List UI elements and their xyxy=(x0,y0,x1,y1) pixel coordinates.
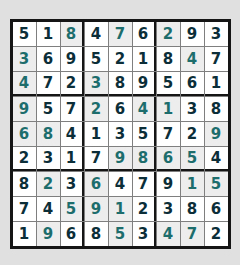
cell-r4c2[interactable]: 5 xyxy=(37,97,60,121)
cell-r9c2[interactable]: 9 xyxy=(37,222,60,246)
cell-r6c5[interactable]: 9 xyxy=(109,147,132,171)
cell-r6c4[interactable]: 7 xyxy=(85,147,108,171)
cell-r5c6[interactable]: 5 xyxy=(133,122,156,146)
cell-r3c2[interactable]: 7 xyxy=(37,72,60,96)
cell-r9c9[interactable]: 2 xyxy=(205,222,228,246)
cell-r4c9[interactable]: 8 xyxy=(205,97,228,121)
cell-r9c6[interactable]: 3 xyxy=(133,222,156,246)
sudoku-board: 5184762933695218474723895619572641386841… xyxy=(10,19,231,249)
cell-r1c8[interactable]: 9 xyxy=(181,22,204,46)
cell-r9c4[interactable]: 8 xyxy=(85,222,108,246)
cell-r6c3[interactable]: 1 xyxy=(61,147,84,171)
cell-r8c6[interactable]: 2 xyxy=(133,197,156,221)
cell-r2c4[interactable]: 5 xyxy=(85,47,108,71)
cell-r8c9[interactable]: 6 xyxy=(205,197,228,221)
cell-r7c7[interactable]: 9 xyxy=(157,172,180,196)
cell-r3c3[interactable]: 2 xyxy=(61,72,84,96)
cell-r5c1[interactable]: 6 xyxy=(13,122,36,146)
cell-r1c7[interactable]: 2 xyxy=(157,22,180,46)
cell-r7c2[interactable]: 2 xyxy=(37,172,60,196)
cell-r9c3[interactable]: 6 xyxy=(61,222,84,246)
cell-r8c8[interactable]: 8 xyxy=(181,197,204,221)
cell-r3c7[interactable]: 5 xyxy=(157,72,180,96)
cell-r8c5[interactable]: 1 xyxy=(109,197,132,221)
cell-r6c7[interactable]: 6 xyxy=(157,147,180,171)
cell-r6c2[interactable]: 3 xyxy=(37,147,60,171)
cell-r7c5[interactable]: 4 xyxy=(109,172,132,196)
cell-r2c9[interactable]: 7 xyxy=(205,47,228,71)
cell-r5c9[interactable]: 9 xyxy=(205,122,228,146)
cell-r7c1[interactable]: 8 xyxy=(13,172,36,196)
cell-r3c1[interactable]: 4 xyxy=(13,72,36,96)
cell-r1c3[interactable]: 8 xyxy=(61,22,84,46)
cell-r1c9[interactable]: 3 xyxy=(205,22,228,46)
cell-r4c6[interactable]: 4 xyxy=(133,97,156,121)
cell-r4c3[interactable]: 7 xyxy=(61,97,84,121)
cell-r3c9[interactable]: 1 xyxy=(205,72,228,96)
cell-r2c6[interactable]: 1 xyxy=(133,47,156,71)
cell-r2c3[interactable]: 9 xyxy=(61,47,84,71)
cell-r6c6[interactable]: 8 xyxy=(133,147,156,171)
cell-r8c3[interactable]: 5 xyxy=(61,197,84,221)
cell-r2c2[interactable]: 6 xyxy=(37,47,60,71)
cell-r2c7[interactable]: 8 xyxy=(157,47,180,71)
cell-r6c8[interactable]: 5 xyxy=(181,147,204,171)
cell-r9c8[interactable]: 7 xyxy=(181,222,204,246)
cell-r4c4[interactable]: 2 xyxy=(85,97,108,121)
cell-r5c3[interactable]: 4 xyxy=(61,122,84,146)
cell-r2c8[interactable]: 4 xyxy=(181,47,204,71)
cell-r2c5[interactable]: 2 xyxy=(109,47,132,71)
cell-r5c5[interactable]: 3 xyxy=(109,122,132,146)
cell-r9c7[interactable]: 4 xyxy=(157,222,180,246)
cell-r1c2[interactable]: 1 xyxy=(37,22,60,46)
cell-r8c7[interactable]: 3 xyxy=(157,197,180,221)
cell-r7c8[interactable]: 1 xyxy=(181,172,204,196)
cell-r1c4[interactable]: 4 xyxy=(85,22,108,46)
cell-r4c5[interactable]: 6 xyxy=(109,97,132,121)
cell-r7c6[interactable]: 7 xyxy=(133,172,156,196)
cell-r4c8[interactable]: 3 xyxy=(181,97,204,121)
cell-r3c6[interactable]: 9 xyxy=(133,72,156,96)
cell-r8c2[interactable]: 4 xyxy=(37,197,60,221)
cell-r5c2[interactable]: 8 xyxy=(37,122,60,146)
cell-r1c6[interactable]: 6 xyxy=(133,22,156,46)
cell-r7c4[interactable]: 6 xyxy=(85,172,108,196)
cell-r4c1[interactable]: 9 xyxy=(13,97,36,121)
cell-r3c8[interactable]: 6 xyxy=(181,72,204,96)
cell-r9c1[interactable]: 1 xyxy=(13,222,36,246)
cell-r5c7[interactable]: 7 xyxy=(157,122,180,146)
cell-r4c7[interactable]: 1 xyxy=(157,97,180,121)
cell-r6c9[interactable]: 4 xyxy=(205,147,228,171)
cell-r3c4[interactable]: 3 xyxy=(85,72,108,96)
cell-r5c4[interactable]: 1 xyxy=(85,122,108,146)
cell-r8c1[interactable]: 7 xyxy=(13,197,36,221)
cell-r2c1[interactable]: 3 xyxy=(13,47,36,71)
cell-r5c8[interactable]: 2 xyxy=(181,122,204,146)
cell-r8c4[interactable]: 9 xyxy=(85,197,108,221)
cell-r7c9[interactable]: 5 xyxy=(205,172,228,196)
cell-r7c3[interactable]: 3 xyxy=(61,172,84,196)
cell-r6c1[interactable]: 2 xyxy=(13,147,36,171)
cell-r3c5[interactable]: 8 xyxy=(109,72,132,96)
cell-r1c5[interactable]: 7 xyxy=(109,22,132,46)
cell-r9c5[interactable]: 5 xyxy=(109,222,132,246)
cell-r1c1[interactable]: 5 xyxy=(13,22,36,46)
